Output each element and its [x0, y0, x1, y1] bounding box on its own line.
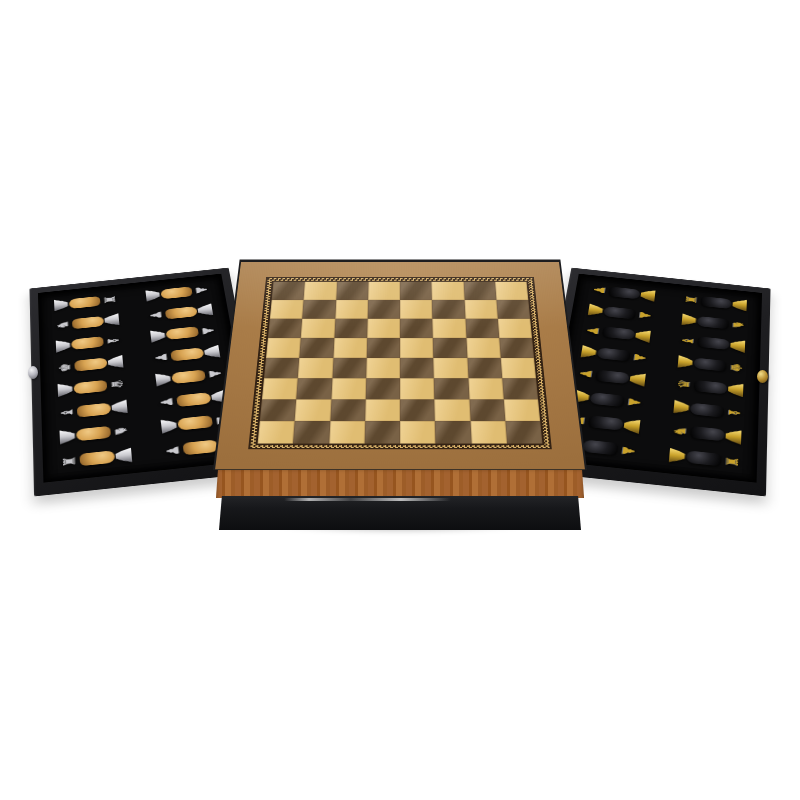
square-b2 — [295, 399, 331, 421]
square-h5 — [499, 338, 534, 358]
piece-trumpet-base — [634, 329, 650, 343]
piece-trumpet-base — [677, 355, 693, 369]
pawn-icon: ♟ — [618, 443, 635, 458]
piece-body — [697, 337, 730, 351]
queen-icon: ♛ — [676, 378, 692, 391]
piece-trumpet-base — [155, 372, 172, 387]
square-b5 — [300, 338, 334, 358]
piece-body — [608, 286, 640, 299]
square-b4 — [298, 358, 333, 378]
piece-body — [693, 358, 726, 372]
pawn-icon: ♟ — [153, 351, 169, 364]
square-f3 — [434, 378, 469, 399]
square-e8 — [400, 282, 432, 300]
pawn-icon: ♟ — [199, 325, 215, 337]
piece-body — [182, 440, 219, 456]
square-g6 — [465, 319, 499, 338]
right-drawer-knob — [757, 370, 768, 383]
square-g5 — [466, 338, 500, 358]
square-a3 — [262, 378, 298, 399]
square-d7 — [367, 300, 400, 319]
piece-trumpet-base — [57, 382, 73, 397]
square-b1 — [293, 421, 330, 443]
piece-body — [587, 416, 623, 431]
piece-trumpet-base — [725, 429, 741, 445]
piece-body — [596, 348, 630, 362]
piece-trumpet-base — [730, 339, 745, 353]
king-icon: ♚ — [57, 361, 72, 374]
piece-trumpet-base — [107, 355, 123, 369]
rook-icon: ♜ — [101, 294, 116, 306]
square-c4 — [332, 358, 367, 378]
square-e6 — [400, 319, 433, 338]
piece-body — [160, 286, 192, 299]
piece-body — [177, 416, 213, 431]
product-photo: ♜♟♞♟♝♟♚♟♛♟♝♟♞♟♜♟ ♟♜♟♞♟♝♟♚♟♛♟♝♟♞♟♜ — [0, 0, 800, 800]
piece-trumpet-base — [623, 418, 640, 434]
piece-trumpet-base — [587, 303, 603, 316]
piece-trumpet-base — [681, 313, 696, 326]
square-f8 — [432, 282, 465, 300]
piece-body — [603, 306, 636, 319]
rook-icon: ♜ — [61, 454, 77, 469]
square-a4 — [264, 358, 300, 378]
bishop-icon: ♝ — [680, 334, 695, 346]
pawn-icon: ♟ — [585, 325, 601, 337]
piece-trumpet-base — [668, 448, 685, 464]
piece-body — [76, 426, 111, 441]
square-f7 — [432, 300, 465, 319]
pawn-icon: ♟ — [206, 367, 223, 380]
square-d6 — [367, 319, 400, 338]
bishop-icon: ♝ — [104, 334, 119, 346]
piece-body — [589, 392, 624, 407]
square-f4 — [433, 358, 468, 378]
piece-trumpet-base — [640, 289, 655, 302]
square-e3 — [400, 378, 435, 399]
piece-trumpet-base — [145, 289, 160, 302]
rook-icon: ♜ — [722, 454, 738, 469]
square-c5 — [333, 338, 367, 358]
square-d8 — [368, 282, 400, 300]
knight-icon: ♞ — [672, 424, 689, 438]
piece-body — [71, 337, 104, 351]
box-glossy-base — [219, 496, 581, 530]
piece-body — [595, 370, 630, 384]
knight-icon: ♞ — [112, 424, 129, 438]
square-g7 — [464, 300, 497, 319]
square-a2 — [260, 399, 297, 421]
pawn-icon: ♟ — [592, 284, 608, 296]
piece-body — [581, 440, 618, 456]
piece-body — [171, 370, 206, 384]
bishop-icon: ♝ — [59, 406, 75, 420]
piece-trumpet-base — [203, 345, 220, 359]
pawn-icon: ♟ — [577, 367, 594, 380]
piece-body — [69, 296, 101, 309]
piece-body — [176, 392, 211, 407]
piece-trumpet-base — [160, 418, 177, 434]
piece-trumpet-base — [580, 345, 597, 359]
inlay-dot-border — [248, 277, 552, 449]
square-h8 — [495, 282, 528, 300]
piece-trumpet-base — [104, 313, 119, 326]
pawn-icon: ♟ — [148, 309, 164, 321]
square-c3 — [331, 378, 366, 399]
piece-trumpet-base — [629, 372, 646, 387]
pawn-icon: ♟ — [193, 284, 209, 296]
square-e1 — [400, 421, 436, 443]
piece-body — [74, 358, 107, 372]
square-a6 — [268, 319, 302, 338]
piece-trumpet-base — [115, 448, 132, 464]
board-lid — [213, 260, 587, 470]
square-f6 — [433, 319, 466, 338]
square-h2 — [504, 399, 541, 421]
square-g2 — [469, 399, 505, 421]
square-d2 — [365, 399, 400, 421]
piece-trumpet-base — [197, 303, 213, 316]
square-f5 — [433, 338, 467, 358]
rook-icon: ♜ — [684, 294, 699, 306]
piece-trumpet-base — [59, 429, 75, 445]
knight-icon: ♞ — [55, 319, 70, 331]
square-g4 — [467, 358, 502, 378]
square-g1 — [470, 421, 507, 443]
piece-trumpet-base — [673, 400, 689, 415]
square-b3 — [296, 378, 332, 399]
square-a1 — [258, 421, 295, 443]
piece-body — [689, 426, 724, 441]
square-h1 — [505, 421, 542, 443]
square-g8 — [463, 282, 496, 300]
pawn-icon: ♟ — [631, 351, 647, 364]
square-h3 — [502, 378, 538, 399]
square-b6 — [301, 319, 335, 338]
square-e7 — [400, 300, 433, 319]
piece-body — [73, 380, 107, 395]
queen-icon: ♛ — [108, 378, 124, 391]
piece-trumpet-base — [732, 298, 747, 311]
square-c2 — [330, 399, 366, 421]
square-c1 — [329, 421, 365, 443]
piece-body — [685, 450, 721, 466]
square-d3 — [365, 378, 400, 399]
piece-body — [601, 327, 634, 341]
piece-body — [170, 348, 204, 362]
square-b8 — [304, 282, 337, 300]
square-a5 — [266, 338, 301, 358]
square-d1 — [364, 421, 400, 443]
piece-body — [164, 306, 197, 319]
square-c6 — [334, 319, 367, 338]
square-b7 — [302, 300, 335, 319]
piece-trumpet-base — [150, 329, 166, 343]
square-h7 — [496, 300, 530, 319]
piece-trumpet-base — [55, 339, 70, 353]
left-drawer-knob — [28, 366, 38, 379]
chessboard — [256, 281, 545, 445]
piece-body — [696, 316, 728, 329]
square-d4 — [366, 358, 400, 378]
square-h6 — [498, 319, 532, 338]
piece-trumpet-base — [54, 298, 69, 311]
square-e2 — [400, 399, 435, 421]
piece-body — [693, 380, 727, 395]
piece-body — [165, 327, 198, 341]
square-f2 — [435, 399, 471, 421]
square-f1 — [435, 421, 471, 443]
square-g3 — [468, 378, 504, 399]
bishop-icon: ♝ — [725, 406, 741, 420]
square-a8 — [272, 282, 305, 300]
box-front-panel — [216, 466, 584, 498]
piece-body — [689, 402, 723, 417]
pawn-icon: ♟ — [636, 309, 652, 321]
square-e4 — [400, 358, 434, 378]
square-c8 — [336, 282, 369, 300]
square-h4 — [500, 358, 536, 378]
knight-icon: ♞ — [730, 319, 745, 331]
piece-trumpet-base — [111, 400, 127, 415]
piece-body — [79, 450, 115, 466]
piece-body — [71, 316, 103, 329]
pawn-icon: ♟ — [625, 395, 642, 409]
piece-trumpet-base — [727, 382, 743, 397]
square-a7 — [270, 300, 304, 319]
square-c7 — [335, 300, 368, 319]
pawn-icon: ♟ — [164, 443, 181, 458]
square-e5 — [400, 338, 433, 358]
king-icon: ♚ — [728, 361, 743, 374]
piece-body — [76, 402, 110, 417]
square-d5 — [367, 338, 400, 358]
pawn-icon: ♟ — [158, 395, 175, 409]
piece-body — [700, 296, 732, 309]
